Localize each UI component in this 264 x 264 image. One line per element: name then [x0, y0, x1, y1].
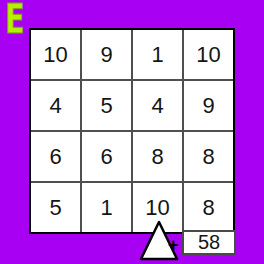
grid-cell-r2c1[interactable]: 4 — [31, 81, 80, 130]
level-label: E — [5, 0, 25, 41]
result-value: 58 — [198, 231, 220, 254]
grid-cell-r2c3[interactable]: 4 — [133, 81, 182, 130]
plus-operator-icon: + — [168, 236, 179, 254]
grid-cell-r4c1[interactable]: 5 — [31, 183, 80, 232]
grid-cell-r2c2[interactable]: 5 — [82, 81, 131, 130]
grid-cell-r1c2[interactable]: 9 — [82, 30, 131, 79]
grid-cell-r4c2[interactable]: 1 — [82, 183, 131, 232]
grid-cell-r3c2[interactable]: 6 — [82, 132, 131, 181]
grid-cell-r2c4[interactable]: 9 — [184, 81, 233, 130]
grid-cell-r3c4[interactable]: 8 — [184, 132, 233, 181]
grid-cell-r4c4[interactable]: 8 — [184, 183, 233, 232]
result-box: 58 — [182, 230, 236, 255]
grid-cell-r1c1[interactable]: 10 — [31, 30, 80, 79]
puzzle-stage: E 1091104549668851108 + 58 — [0, 0, 264, 264]
grid-cell-r3c1[interactable]: 6 — [31, 132, 80, 181]
grid-cell-r3c3[interactable]: 8 — [133, 132, 182, 181]
grid-cell-r1c4[interactable]: 10 — [184, 30, 233, 79]
grid-cell-r1c3[interactable]: 1 — [133, 30, 182, 79]
number-grid: 1091104549668851108 — [29, 28, 235, 234]
